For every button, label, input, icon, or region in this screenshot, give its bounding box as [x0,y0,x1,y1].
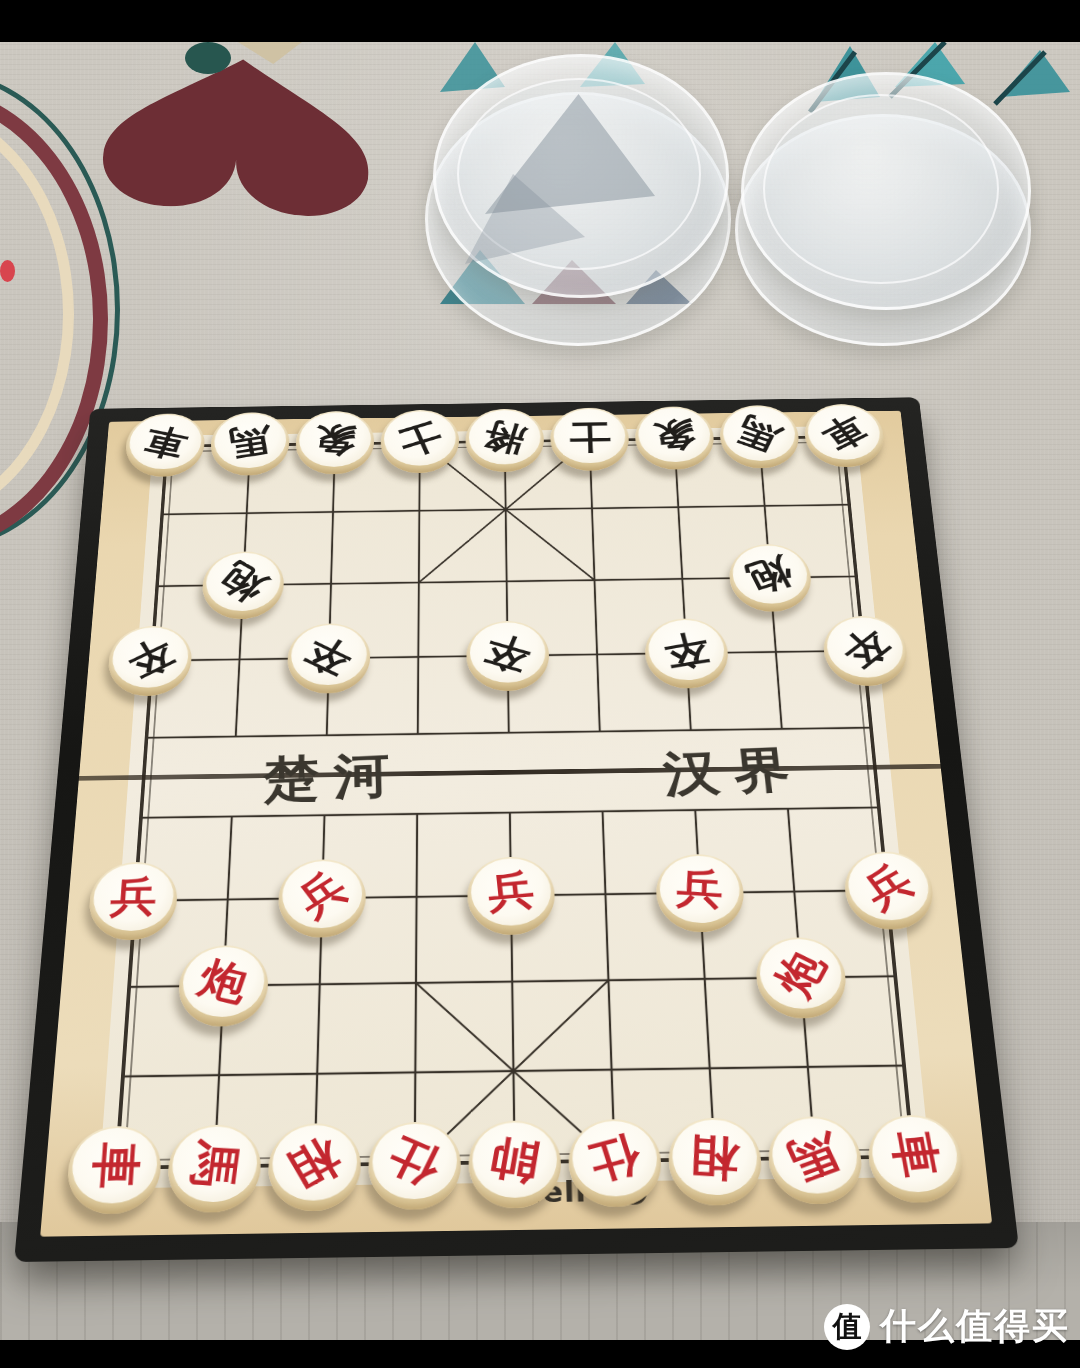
piece-red-車[interactable]: 車 [65,1126,163,1215]
piece-black-象[interactable]: 象 [295,411,375,475]
piece-black-士[interactable]: 士 [380,410,459,474]
piece-black-卒[interactable]: 卒 [286,623,370,694]
piece-face: 卒 [825,617,906,678]
piece-black-士[interactable]: 士 [550,407,630,471]
piece-black-卒[interactable]: 卒 [106,625,193,696]
piece-black-卒[interactable]: 卒 [466,621,549,692]
smzdm-badge-icon: 值 [824,1304,870,1350]
fabric-red-dot [0,260,15,282]
piece-face: 炮 [758,939,844,1010]
piece-red-馬[interactable]: 馬 [166,1124,263,1213]
piece-face: 卒 [647,620,726,681]
piece-black-卒[interactable]: 卒 [644,618,730,689]
fabric-heart-motif [100,47,376,220]
piece-face: 炮 [181,947,266,1018]
piece-face: 仕 [572,1121,659,1197]
piece-face: 卒 [290,625,367,686]
piece-face: 卒 [110,627,190,688]
piece-face: 馬 [213,413,287,468]
piece-red-相[interactable]: 相 [267,1123,362,1212]
piece-face: 象 [637,407,712,462]
watermark: 值 什么值得买 [824,1302,1070,1351]
piece-face: 馬 [721,406,797,461]
letterbox-top [0,0,1080,42]
xiangqi-board: 楚河 汉界 deli 得力 車馬象士將士象馬車炮炮卒卒卒卒卒兵兵兵兵兵炮炮車馬相… [14,397,1019,1262]
piece-red-兵[interactable]: 兵 [87,862,179,941]
piece-black-車[interactable]: 車 [124,413,207,477]
piece-face: 相 [671,1119,760,1195]
piece-red-炮[interactable]: 炮 [754,937,849,1019]
piece-red-相[interactable]: 相 [667,1117,764,1206]
piece-red-仕[interactable]: 仕 [568,1119,663,1208]
piece-face: 仕 [372,1123,457,1199]
piece-face: 車 [70,1128,160,1204]
piece-face: 相 [271,1125,357,1201]
piece-red-仕[interactable]: 仕 [368,1121,461,1210]
piece-red-帥[interactable]: 帥 [468,1120,561,1209]
piece-face: 炮 [731,545,809,604]
piece-black-象[interactable]: 象 [634,406,716,470]
pieces-layer: 車馬象士將士象馬車炮炮卒卒卒卒卒兵兵兵兵兵炮炮車馬相仕帥仕相馬車 [61,401,971,1218]
piece-face: 士 [553,409,626,464]
piece-face: 炮 [205,552,282,611]
piece-black-卒[interactable]: 卒 [821,616,910,687]
fabric-dot-motif [185,42,231,74]
piece-face: 將 [469,410,541,465]
piece-black-馬[interactable]: 馬 [718,405,801,469]
piece-face: 車 [869,1116,961,1192]
watermark-text: 什么值得买 [880,1302,1070,1351]
piece-red-兵[interactable]: 兵 [655,854,746,933]
piece-face: 兵 [846,853,932,921]
piece-box-right-inner-ring [763,94,999,284]
piece-face: 帥 [472,1122,557,1198]
board-surface: 楚河 汉界 deli 得力 車馬象士將士象馬車炮炮卒卒卒卒卒兵兵兵兵兵炮炮車馬相… [40,411,992,1237]
piece-face: 馬 [170,1126,258,1202]
piece-face: 車 [806,405,883,460]
piece-red-兵[interactable]: 兵 [842,851,937,930]
piece-red-車[interactable]: 車 [865,1115,966,1204]
piece-face: 卒 [470,622,546,683]
piece-face: 兵 [471,858,551,926]
piece-red-炮[interactable]: 炮 [177,945,270,1027]
piece-red-馬[interactable]: 馬 [766,1116,865,1205]
piece-black-炮[interactable]: 炮 [201,551,285,620]
piece-face: 兵 [281,861,362,929]
piece-black-炮[interactable]: 炮 [727,544,813,612]
piece-black-將[interactable]: 將 [465,408,544,472]
piece-face: 象 [298,412,371,467]
piece-face: 兵 [91,863,175,931]
piece-face: 士 [384,411,456,466]
piece-red-兵[interactable]: 兵 [277,859,366,938]
piece-black-馬[interactable]: 馬 [209,412,290,476]
piece-box-left [425,54,730,346]
piece-face: 兵 [658,855,741,923]
piece-face: 馬 [770,1118,860,1194]
piece-box-right [735,72,1027,340]
piece-face: 車 [128,414,203,469]
piece-red-兵[interactable]: 兵 [467,856,555,935]
piece-black-車[interactable]: 車 [802,404,886,468]
